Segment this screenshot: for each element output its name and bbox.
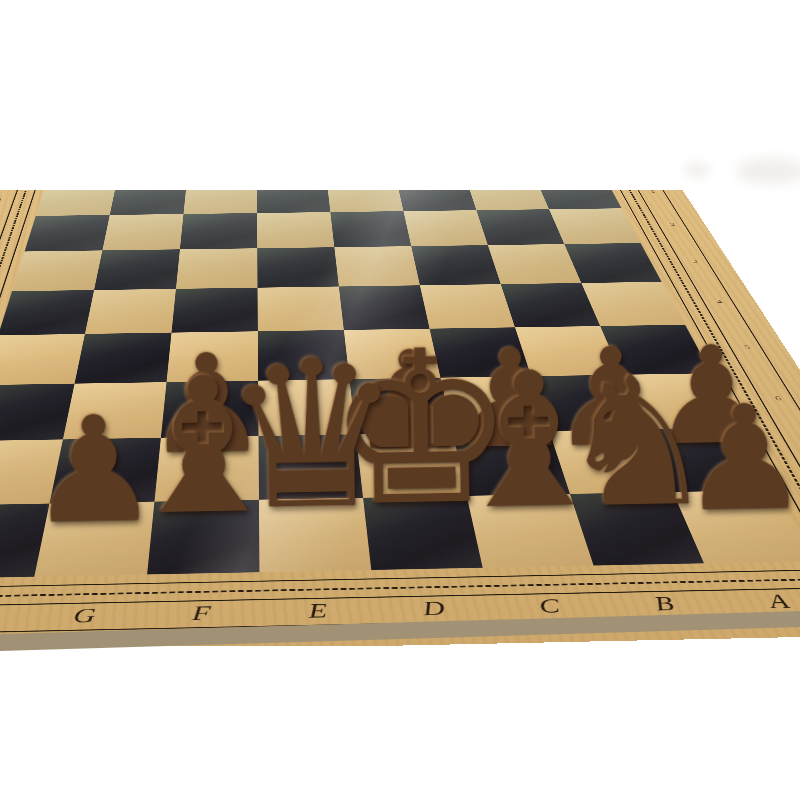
square-h3: [12, 250, 102, 291]
rank-label-1: 1: [0, 190, 19, 217]
square-e6: [258, 379, 356, 436]
square-e2: [257, 212, 334, 248]
file-label-e: E: [260, 597, 378, 626]
square-f4: [172, 288, 258, 333]
rank-label-6: 6: [746, 372, 800, 427]
square-h4: [0, 290, 94, 335]
rank-label-1: 1: [631, 190, 676, 208]
rank-label-3: 3: [670, 242, 722, 281]
square-f2: [180, 213, 257, 249]
chess-board: HGFEDCBA 12345678 12345678 ♜♞♝♛♚♝♞♜♟♟♟♟♟…: [0, 190, 800, 646]
square-g6: [63, 382, 167, 439]
rank-label-4: 4: [692, 281, 748, 324]
square-e5: [258, 330, 350, 380]
square-c4: [420, 284, 515, 329]
square-a3: [564, 243, 661, 283]
file-labels: HGFEDCBA: [0, 587, 800, 633]
square-e7: [259, 434, 363, 499]
square-a4: [581, 282, 685, 326]
rank-label-5: 5: [718, 324, 779, 373]
file-label-c: C: [489, 592, 611, 621]
square-c2: [403, 210, 487, 246]
square-h1: [36, 190, 117, 216]
square-f6: [161, 380, 259, 437]
file-label-d: D: [374, 594, 494, 623]
square-g2: [102, 214, 183, 251]
background-smudge: [736, 158, 800, 184]
file-label-g: G: [23, 601, 144, 630]
square-d8: [363, 496, 483, 571]
square-g4: [85, 289, 176, 334]
square-d5: [344, 329, 441, 379]
square-g1: [110, 190, 187, 215]
square-c3: [411, 245, 500, 285]
square-e1: [257, 190, 331, 213]
square-h5: [0, 334, 85, 385]
square-d2: [330, 211, 411, 247]
square-d3: [334, 246, 420, 286]
rank-label-2: 2: [649, 207, 697, 242]
square-f8: [147, 499, 259, 574]
square-g7: [50, 438, 161, 504]
square-a1: [535, 190, 621, 209]
square-c1: [396, 190, 476, 211]
square-e3: [257, 247, 339, 287]
file-label-f: F: [142, 599, 260, 628]
square-a2: [549, 208, 640, 244]
square-h7: [0, 439, 63, 505]
square-d4: [339, 285, 430, 330]
square-d7: [356, 433, 467, 498]
square-d1: [327, 190, 404, 212]
photo-area: HGFEDCBA 12345678 12345678 ♜♞♝♛♚♝♞♜♟♟♟♟♟…: [0, 190, 800, 646]
background-smudge: [684, 162, 710, 178]
square-d6: [349, 377, 452, 434]
square-g3: [94, 249, 180, 290]
square-f3: [176, 248, 258, 288]
square-b1: [466, 190, 549, 210]
square-h2: [25, 215, 110, 252]
square-e8: [259, 497, 371, 572]
square-g5: [75, 333, 172, 384]
square-c5: [430, 327, 532, 377]
square-f5: [167, 331, 259, 382]
square-g8: [34, 501, 154, 576]
square-e4: [258, 286, 344, 331]
square-f7: [154, 436, 258, 501]
product-photo: HGFEDCBA 12345678 12345678 ♜♞♝♛♚♝♞♜♟♟♟♟♟…: [0, 0, 800, 800]
rank-label-7: 7: [778, 426, 800, 489]
rank-label-2: 2: [0, 216, 7, 252]
file-label-b: B: [602, 590, 727, 619]
square-f1: [183, 190, 257, 214]
file-label-a: A: [716, 587, 800, 616]
